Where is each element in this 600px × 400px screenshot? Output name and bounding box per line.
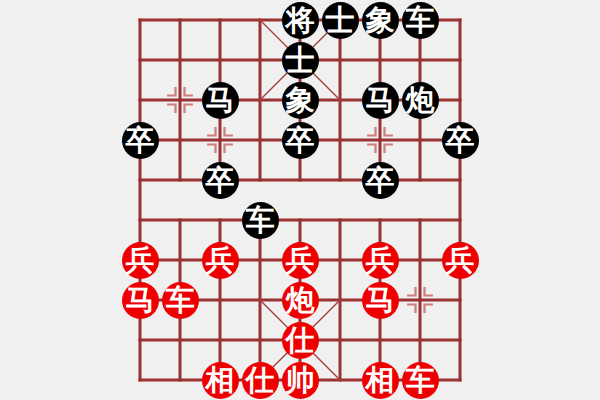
piece-black-soldier[interactable]: 卒 bbox=[282, 122, 319, 159]
piece-black-soldier[interactable]: 卒 bbox=[202, 162, 239, 199]
piece-black-soldier[interactable]: 卒 bbox=[362, 162, 399, 199]
piece-red-cannon[interactable]: 炮 bbox=[282, 282, 319, 319]
piece-black-cannon[interactable]: 炮 bbox=[402, 82, 439, 119]
piece-black-soldier[interactable]: 卒 bbox=[442, 122, 479, 159]
piece-red-soldier[interactable]: 兵 bbox=[442, 242, 479, 279]
xiangqi-app-window: 将士象车士马象马炮卒卒卒卒卒车兵兵兵兵兵马车炮马仕相仕帅相车 bbox=[0, 0, 600, 400]
piece-black-horse[interactable]: 马 bbox=[362, 82, 399, 119]
piece-black-advisor[interactable]: 士 bbox=[322, 2, 359, 39]
piece-black-advisor[interactable]: 士 bbox=[282, 42, 319, 79]
piece-black-horse[interactable]: 马 bbox=[202, 82, 239, 119]
piece-black-chariot[interactable]: 车 bbox=[402, 2, 439, 39]
piece-red-chariot[interactable]: 车 bbox=[402, 362, 439, 399]
piece-red-elephant[interactable]: 相 bbox=[362, 362, 399, 399]
piece-red-soldier[interactable]: 兵 bbox=[122, 242, 159, 279]
piece-red-horse[interactable]: 马 bbox=[362, 282, 399, 319]
piece-black-elephant[interactable]: 象 bbox=[362, 2, 399, 39]
piece-red-general[interactable]: 帅 bbox=[282, 362, 319, 399]
piece-red-soldier[interactable]: 兵 bbox=[202, 242, 239, 279]
piece-red-chariot[interactable]: 车 bbox=[162, 282, 199, 319]
piece-red-soldier[interactable]: 兵 bbox=[362, 242, 399, 279]
piece-red-elephant[interactable]: 相 bbox=[202, 362, 239, 399]
piece-red-horse[interactable]: 马 bbox=[122, 282, 159, 319]
piece-black-general[interactable]: 将 bbox=[282, 2, 319, 39]
xiangqi-board[interactable]: 将士象车士马象马炮卒卒卒卒卒车兵兵兵兵兵马车炮马仕相仕帅相车 bbox=[120, 0, 480, 400]
piece-black-elephant[interactable]: 象 bbox=[282, 82, 319, 119]
piece-red-soldier[interactable]: 兵 bbox=[282, 242, 319, 279]
piece-red-advisor[interactable]: 仕 bbox=[242, 362, 279, 399]
piece-black-chariot[interactable]: 车 bbox=[242, 202, 279, 239]
piece-red-advisor[interactable]: 仕 bbox=[282, 322, 319, 359]
piece-black-soldier[interactable]: 卒 bbox=[122, 122, 159, 159]
